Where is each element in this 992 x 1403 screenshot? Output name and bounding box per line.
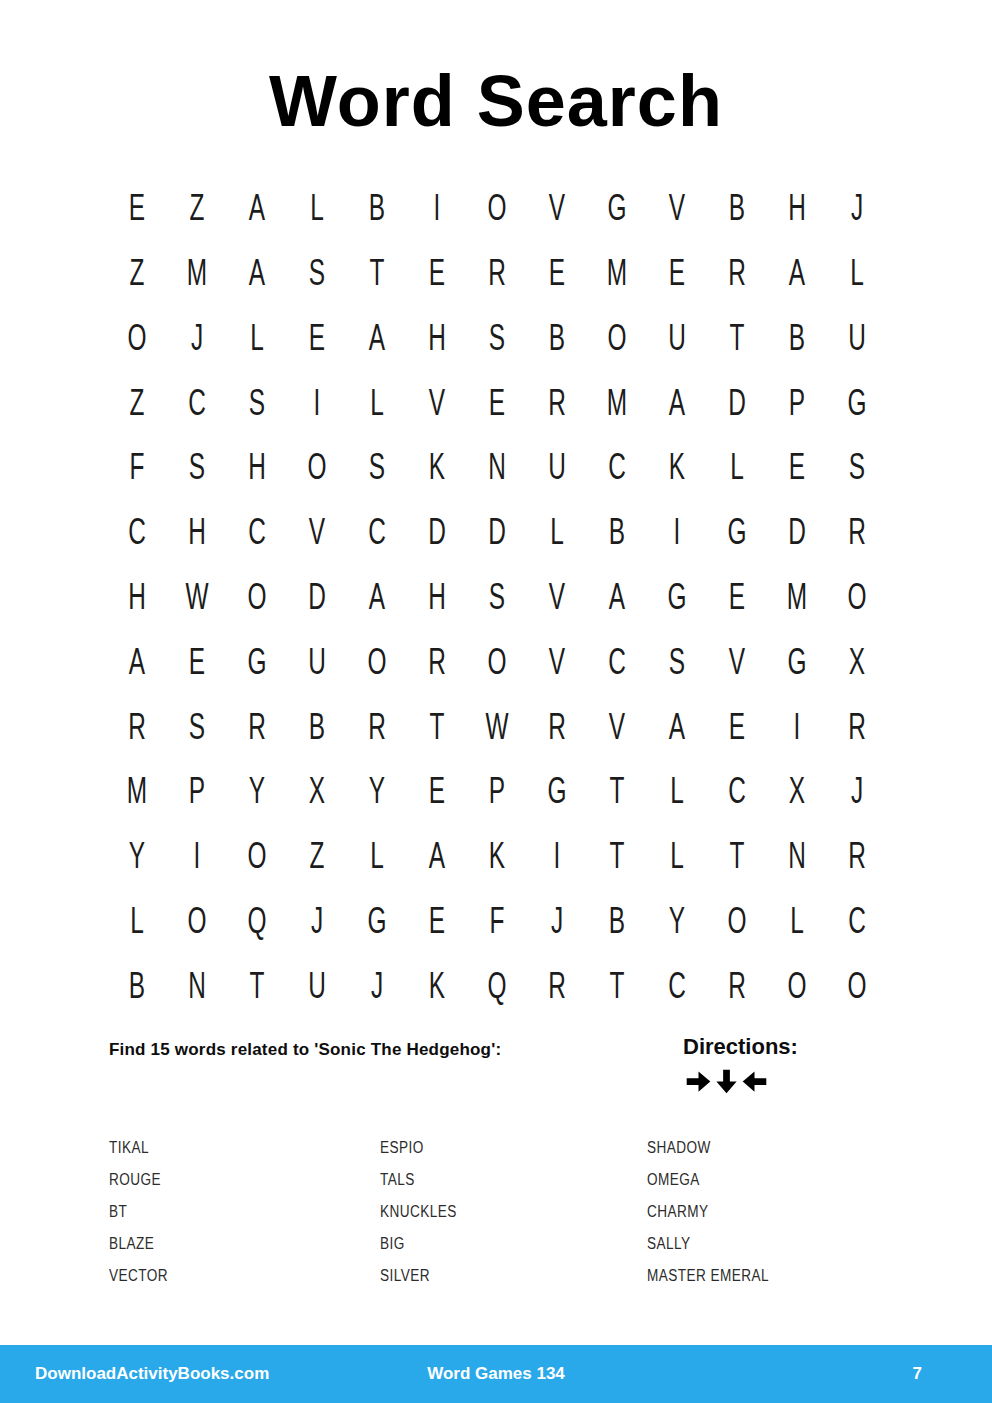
grid-cell-r5c13[interactable]: S xyxy=(837,435,877,500)
grid-cell-r4c2[interactable]: C xyxy=(177,370,217,435)
grid-cell-r12c2[interactable]: O xyxy=(177,888,217,953)
grid-cell-r8c4[interactable]: U xyxy=(297,629,337,694)
grid-cell-r10c10[interactable]: L xyxy=(657,759,697,824)
grid-cell-r13c2[interactable]: N xyxy=(177,953,217,1018)
grid-cell-r8c11[interactable]: V xyxy=(717,629,757,694)
grid-cell-r8c9[interactable]: C xyxy=(597,629,637,694)
grid-cell-r10c2[interactable]: P xyxy=(177,759,217,824)
grid-cell-r12c13[interactable]: C xyxy=(837,888,877,953)
grid-cell-r5c5[interactable]: S xyxy=(357,435,397,500)
grid-cell-r12c3[interactable]: Q xyxy=(237,888,277,953)
grid-cell-r13c4[interactable]: U xyxy=(297,953,337,1018)
grid-cell-r13c11[interactable]: R xyxy=(717,953,757,1018)
grid-cell-r9c5[interactable]: R xyxy=(357,694,397,759)
grid-cell-r3c5[interactable]: A xyxy=(357,306,397,371)
grid-cell-r9c1[interactable]: R xyxy=(117,694,157,759)
grid-cell-r1c11[interactable]: B xyxy=(717,176,757,241)
grid-cell-r11c8[interactable]: I xyxy=(537,824,577,889)
grid-cell-r11c11[interactable]: T xyxy=(717,824,757,889)
grid-cell-r5c10[interactable]: K xyxy=(657,435,697,500)
grid-cell-r11c5[interactable]: L xyxy=(357,824,397,889)
word-item: CHARMY xyxy=(647,1196,769,1228)
grid-cell-r5c3[interactable]: H xyxy=(237,435,277,500)
grid-cell-r7c6[interactable]: H xyxy=(417,565,457,630)
grid-cell-r6c6[interactable]: D xyxy=(417,500,457,565)
grid-cell-r1c8[interactable]: V xyxy=(537,176,577,241)
grid-cell-r4c11[interactable]: D xyxy=(717,370,757,435)
grid-cell-r8c8[interactable]: V xyxy=(537,629,577,694)
grid-cell-r2c13[interactable]: L xyxy=(837,241,877,306)
grid-cell-r2c12[interactable]: A xyxy=(777,241,817,306)
grid-cell-r12c9[interactable]: B xyxy=(597,888,637,953)
grid-cell-r5c4[interactable]: O xyxy=(297,435,337,500)
grid-cell-r6c11[interactable]: G xyxy=(717,500,757,565)
grid-cell-r3c12[interactable]: B xyxy=(777,306,817,371)
grid-cell-r3c3[interactable]: L xyxy=(237,306,277,371)
word-item: MASTER EMERAL xyxy=(647,1260,769,1292)
grid-cell-r6c2[interactable]: H xyxy=(177,500,217,565)
grid-cell-r2c1[interactable]: Z xyxy=(117,241,157,306)
grid-cell-r9c3[interactable]: R xyxy=(237,694,277,759)
grid-cell-r13c3[interactable]: T xyxy=(237,953,277,1018)
grid-cell-r10c1[interactable]: M xyxy=(117,759,157,824)
grid-cell-r8c10[interactable]: S xyxy=(657,629,697,694)
grid-cell-r3c1[interactable]: O xyxy=(117,306,157,371)
grid-cell-r4c8[interactable]: R xyxy=(537,370,577,435)
page-title: Word Search xyxy=(0,60,992,142)
grid-cell-r8c1[interactable]: A xyxy=(117,629,157,694)
grid-cell-r12c1[interactable]: L xyxy=(117,888,157,953)
grid-cell-r6c8[interactable]: L xyxy=(537,500,577,565)
grid-cell-r11c3[interactable]: O xyxy=(237,824,277,889)
grid-cell-r11c2[interactable]: I xyxy=(177,824,217,889)
grid-cell-r10c3[interactable]: Y xyxy=(237,759,277,824)
grid-cell-r3c13[interactable]: U xyxy=(837,306,877,371)
grid-cell-r5c2[interactable]: S xyxy=(177,435,217,500)
grid-cell-r5c1[interactable]: F xyxy=(117,435,157,500)
grid-cell-r7c9[interactable]: A xyxy=(597,565,637,630)
grid-cell-r5c8[interactable]: U xyxy=(537,435,577,500)
word-column-1: TIKALROUGEBTBLAZEVECTOR xyxy=(109,1132,380,1292)
grid-cell-r2c6[interactable]: E xyxy=(417,241,457,306)
grid-cell-r13c7[interactable]: Q xyxy=(477,953,517,1018)
grid-cell-r11c1[interactable]: Y xyxy=(117,824,157,889)
grid-cell-r9c9[interactable]: V xyxy=(597,694,637,759)
grid-cell-r4c1[interactable]: Z xyxy=(117,370,157,435)
word-item: SILVER xyxy=(380,1260,607,1292)
grid-cell-r9c4[interactable]: B xyxy=(297,694,337,759)
grid-cell-r4c12[interactable]: P xyxy=(777,370,817,435)
grid-cell-r8c12[interactable]: G xyxy=(777,629,817,694)
grid-cell-r3c2[interactable]: J xyxy=(177,306,217,371)
grid-cell-r9c8[interactable]: R xyxy=(537,694,577,759)
grid-cell-r13c1[interactable]: B xyxy=(117,953,157,1018)
grid-cell-r2c10[interactable]: E xyxy=(657,241,697,306)
grid-cell-r10c7[interactable]: P xyxy=(477,759,517,824)
grid-cell-r4c4[interactable]: I xyxy=(297,370,337,435)
grid-cell-r10c9[interactable]: T xyxy=(597,759,637,824)
grid-cell-r13c9[interactable]: T xyxy=(597,953,637,1018)
grid-cell-r9c10[interactable]: A xyxy=(657,694,697,759)
grid-cell-r4c5[interactable]: L xyxy=(357,370,397,435)
grid-cell-r3c8[interactable]: B xyxy=(537,306,577,371)
grid-cell-r5c6[interactable]: K xyxy=(417,435,457,500)
grid-cell-r1c3[interactable]: A xyxy=(237,176,277,241)
arrow-right-icon xyxy=(685,1068,712,1095)
grid-cell-r2c5[interactable]: T xyxy=(357,241,397,306)
grid-cell-r7c7[interactable]: S xyxy=(477,565,517,630)
grid-cell-r6c5[interactable]: C xyxy=(357,500,397,565)
grid-cell-r2c4[interactable]: S xyxy=(297,241,337,306)
grid-cell-r8c6[interactable]: R xyxy=(417,629,457,694)
grid-cell-r9c11[interactable]: E xyxy=(717,694,757,759)
grid-cell-r5c9[interactable]: C xyxy=(597,435,637,500)
word-item: OMEGA xyxy=(647,1164,769,1196)
grid-cell-r13c12[interactable]: O xyxy=(777,953,817,1018)
grid-cell-r12c11[interactable]: O xyxy=(717,888,757,953)
grid-cell-r10c8[interactable]: G xyxy=(537,759,577,824)
grid-cell-r7c3[interactable]: O xyxy=(237,565,277,630)
grid-cell-r11c4[interactable]: Z xyxy=(297,824,337,889)
word-item: SHADOW xyxy=(647,1132,769,1164)
grid-cell-r6c9[interactable]: B xyxy=(597,500,637,565)
grid-cell-r13c6[interactable]: K xyxy=(417,953,457,1018)
grid-cell-r10c4[interactable]: X xyxy=(297,759,337,824)
grid-cell-r11c6[interactable]: A xyxy=(417,824,457,889)
word-search-page: Word Search EZALBIOVGVBHJZMASTEREMERALOJ… xyxy=(0,0,992,1403)
directions-label: Directions: xyxy=(683,1034,798,1060)
word-item: KNUCKLES xyxy=(380,1196,607,1228)
grid-cell-r13c8[interactable]: R xyxy=(537,953,577,1018)
grid-cell-r1c6[interactable]: I xyxy=(417,176,457,241)
grid-cell-r6c10[interactable]: I xyxy=(657,500,697,565)
grid-cell-r7c5[interactable]: A xyxy=(357,565,397,630)
grid-cell-r2c2[interactable]: M xyxy=(177,241,217,306)
word-item: TALS xyxy=(380,1164,607,1196)
grid-cell-r4c9[interactable]: M xyxy=(597,370,637,435)
grid-cell-r10c11[interactable]: C xyxy=(717,759,757,824)
grid-cell-r1c4[interactable]: L xyxy=(297,176,337,241)
grid-cell-r4c10[interactable]: A xyxy=(657,370,697,435)
grid-cell-r7c1[interactable]: H xyxy=(117,565,157,630)
grid-cell-r8c13[interactable]: X xyxy=(837,629,877,694)
directions-section: Directions: xyxy=(683,1034,798,1095)
grid-cell-r11c9[interactable]: T xyxy=(597,824,637,889)
grid-cell-r12c4[interactable]: J xyxy=(297,888,337,953)
grid-cell-r9c13[interactable]: R xyxy=(837,694,877,759)
grid-cell-r9c6[interactable]: T xyxy=(417,694,457,759)
word-item: BIG xyxy=(380,1228,607,1260)
grid-cell-r11c10[interactable]: L xyxy=(657,824,697,889)
grid-cell-r3c10[interactable]: U xyxy=(657,306,697,371)
word-item: VECTOR xyxy=(109,1260,339,1292)
grid-cell-r7c10[interactable]: G xyxy=(657,565,697,630)
word-item: SALLY xyxy=(647,1228,769,1260)
grid-cell-r1c10[interactable]: V xyxy=(657,176,697,241)
grid-cell-r3c6[interactable]: H xyxy=(417,306,457,371)
grid-cell-r10c6[interactable]: E xyxy=(417,759,457,824)
grid-cell-r13c10[interactable]: C xyxy=(657,953,697,1018)
grid-cell-r1c9[interactable]: G xyxy=(597,176,637,241)
footer-book-title: Word Games 134 xyxy=(0,1364,992,1384)
grid-cell-r12c8[interactable]: J xyxy=(537,888,577,953)
grid-cell-r4c6[interactable]: V xyxy=(417,370,457,435)
word-grid: EZALBIOVGVBHJZMASTEREMERALOJLEAHSBOUTBUZ… xyxy=(107,176,887,1018)
grid-cell-r13c5[interactable]: J xyxy=(357,953,397,1018)
word-list: TIKALROUGEBTBLAZEVECTORESPIOTALSKNUCKLES… xyxy=(109,1132,909,1292)
grid-cell-r9c7[interactable]: W xyxy=(477,694,517,759)
footer-page-number: 7 xyxy=(913,1364,922,1384)
grid-cell-r3c9[interactable]: O xyxy=(597,306,637,371)
grid-cell-r7c8[interactable]: V xyxy=(537,565,577,630)
grid-cell-r13c13[interactable]: O xyxy=(837,953,877,1018)
grid-cell-r4c13[interactable]: G xyxy=(837,370,877,435)
grid-cell-r6c1[interactable]: C xyxy=(117,500,157,565)
grid-cell-r10c12[interactable]: X xyxy=(777,759,817,824)
word-item: ROUGE xyxy=(109,1164,339,1196)
grid-cell-r1c2[interactable]: Z xyxy=(177,176,217,241)
word-item: TIKAL xyxy=(109,1132,339,1164)
grid-cell-r10c13[interactable]: J xyxy=(837,759,877,824)
grid-cell-r11c12[interactable]: N xyxy=(777,824,817,889)
grid-cell-r3c11[interactable]: T xyxy=(717,306,757,371)
grid-cell-r12c7[interactable]: F xyxy=(477,888,517,953)
grid-cell-r6c12[interactable]: D xyxy=(777,500,817,565)
word-item: ESPIO xyxy=(380,1132,607,1164)
grid-cell-r4c7[interactable]: E xyxy=(477,370,517,435)
grid-cell-r12c12[interactable]: L xyxy=(777,888,817,953)
footer: DownloadActivityBooks.com Word Games 134… xyxy=(0,1345,992,1403)
grid-cell-r1c7[interactable]: O xyxy=(477,176,517,241)
grid-cell-r8c3[interactable]: G xyxy=(237,629,277,694)
arrow-down-icon xyxy=(713,1068,740,1095)
grid-cell-r12c6[interactable]: E xyxy=(417,888,457,953)
grid-cell-r3c7[interactable]: S xyxy=(477,306,517,371)
grid-cell-r2c7[interactable]: R xyxy=(477,241,517,306)
grid-cell-r5c12[interactable]: E xyxy=(777,435,817,500)
grid-cell-r12c10[interactable]: Y xyxy=(657,888,697,953)
word-item: BT xyxy=(109,1196,339,1228)
puzzle-instructions: Find 15 words related to 'Sonic The Hedg… xyxy=(109,1040,501,1060)
word-item: BLAZE xyxy=(109,1228,339,1260)
grid-cell-r9c12[interactable]: I xyxy=(777,694,817,759)
grid-cell-r1c5[interactable]: B xyxy=(357,176,397,241)
grid-cell-r3c4[interactable]: E xyxy=(297,306,337,371)
grid-cell-r7c12[interactable]: M xyxy=(777,565,817,630)
grid-cell-r2c3[interactable]: A xyxy=(237,241,277,306)
grid-cell-r1c12[interactable]: H xyxy=(777,176,817,241)
grid-cell-r8c7[interactable]: O xyxy=(477,629,517,694)
grid-cell-r1c13[interactable]: J xyxy=(837,176,877,241)
grid-cell-r2c9[interactable]: M xyxy=(597,241,637,306)
grid-cell-r5c11[interactable]: L xyxy=(717,435,757,500)
word-column-3: SHADOWOMEGACHARMYSALLYMASTER EMERAL xyxy=(647,1132,790,1292)
grid-cell-r7c13[interactable]: O xyxy=(837,565,877,630)
grid-cell-r2c11[interactable]: R xyxy=(717,241,757,306)
grid-cell-r1c1[interactable]: E xyxy=(117,176,157,241)
grid-cell-r2c8[interactable]: E xyxy=(537,241,577,306)
arrow-left-icon xyxy=(741,1068,768,1095)
grid-cell-r5c7[interactable]: N xyxy=(477,435,517,500)
grid-cell-r4c3[interactable]: S xyxy=(237,370,277,435)
grid-cell-r8c5[interactable]: O xyxy=(357,629,397,694)
grid-cell-r12c5[interactable]: G xyxy=(357,888,397,953)
directions-arrows xyxy=(685,1068,798,1095)
grid-cell-r9c2[interactable]: S xyxy=(177,694,217,759)
grid-cell-r6c13[interactable]: R xyxy=(837,500,877,565)
grid-cell-r6c7[interactable]: D xyxy=(477,500,517,565)
word-column-2: ESPIOTALSKNUCKLESBIGSILVER xyxy=(380,1132,647,1292)
grid-cell-r7c11[interactable]: E xyxy=(717,565,757,630)
grid-cell-r7c4[interactable]: D xyxy=(297,565,337,630)
grid-cell-r11c7[interactable]: K xyxy=(477,824,517,889)
grid-cell-r6c3[interactable]: C xyxy=(237,500,277,565)
grid-cell-r6c4[interactable]: V xyxy=(297,500,337,565)
grid-cell-r7c2[interactable]: W xyxy=(177,565,217,630)
grid-cell-r11c13[interactable]: R xyxy=(837,824,877,889)
grid-cell-r8c2[interactable]: E xyxy=(177,629,217,694)
grid-cell-r10c5[interactable]: Y xyxy=(357,759,397,824)
